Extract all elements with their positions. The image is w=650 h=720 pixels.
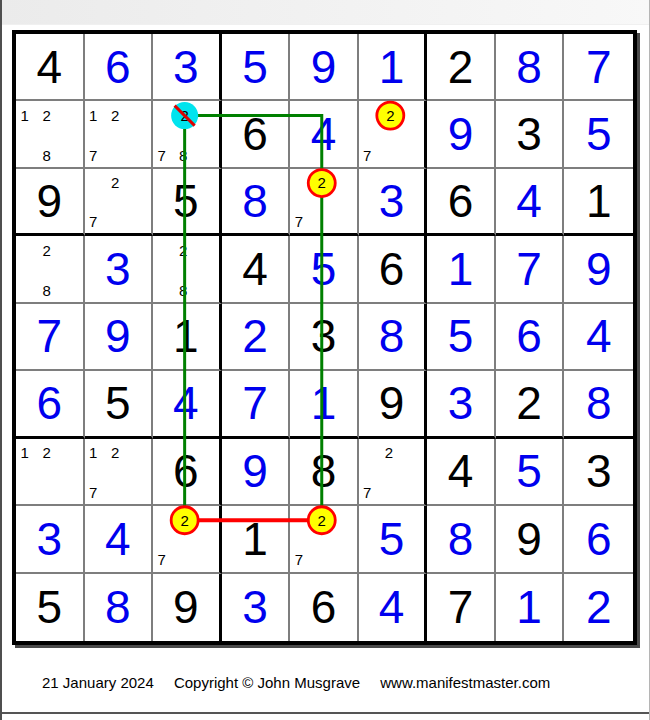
given-digit-r8c8: 9 — [516, 516, 542, 562]
pencil-7-r7c6: 7 — [363, 485, 371, 500]
pencil-1-r7c2: 1 — [89, 445, 97, 460]
pencil-marks-r2c2: 127 — [85, 101, 152, 166]
cell-r2c4[interactable]: 6 — [222, 101, 291, 168]
cell-r7c6[interactable]: 27 — [359, 439, 428, 506]
pencil-1-r2c2: 1 — [89, 108, 97, 123]
cell-r3c7[interactable]: 6 — [427, 169, 496, 236]
pencil-marks-r7c2: 127 — [85, 439, 152, 504]
pencil-7-r2c6: 7 — [363, 147, 371, 162]
solved-digit-r7c4: 9 — [242, 448, 268, 494]
cell-r5c1[interactable]: 7 — [16, 304, 85, 371]
pencil-2-r2c3: 2 — [179, 108, 187, 123]
cell-r4c2[interactable]: 3 — [85, 236, 154, 303]
pencil-2-r2c6: 2 — [385, 108, 393, 123]
cell-r2c2[interactable]: 127 — [85, 101, 154, 168]
pencil-marks-r2c1: 128 — [16, 101, 83, 166]
pencil-marks-r7c6: 27 — [359, 439, 425, 504]
cell-r3c6[interactable]: 3 — [359, 169, 428, 236]
cell-r1c3[interactable]: 3 — [153, 34, 222, 101]
pencil-2-r4c3: 2 — [179, 243, 187, 258]
pencil-2-r8c5: 2 — [317, 512, 325, 527]
pencil-7-r8c5: 7 — [295, 552, 303, 567]
cell-r3c8[interactable]: 4 — [496, 169, 565, 236]
solved-digit-r9c6: 4 — [379, 584, 405, 630]
pencil-8-r4c3: 8 — [179, 282, 187, 297]
solved-digit-r4c9: 9 — [586, 246, 612, 292]
solved-digit-r2c9: 5 — [586, 111, 612, 157]
solved-digit-r1c3: 3 — [173, 44, 199, 90]
cell-r9c4[interactable]: 3 — [222, 574, 291, 641]
solved-digit-r4c8: 7 — [516, 246, 542, 292]
solved-digit-r9c4: 3 — [242, 584, 268, 630]
pencil-1-r7c1: 1 — [20, 445, 28, 460]
caption-copyright: Copyright © John Musgrave — [174, 674, 360, 691]
solved-digit-r8c6: 5 — [379, 516, 405, 562]
cell-r6c8[interactable]: 2 — [496, 371, 565, 438]
pencil-marks-r8c3: 27 — [153, 506, 219, 571]
cell-r9c7[interactable]: 7 — [427, 574, 496, 641]
pencil-2-r7c6: 2 — [385, 445, 393, 460]
window-bottom-border — [2, 712, 649, 714]
solved-digit-r1c5: 9 — [311, 44, 337, 90]
solved-digit-r2c7: 9 — [448, 111, 474, 157]
solved-digit-r1c8: 8 — [516, 44, 542, 90]
cell-r8c2[interactable]: 4 — [85, 506, 154, 573]
solved-digit-r3c4: 8 — [242, 178, 268, 224]
solved-digit-r8c2: 4 — [105, 516, 131, 562]
cell-r5c3[interactable]: 1 — [153, 304, 222, 371]
pencil-2-r2c2: 2 — [111, 108, 119, 123]
cell-r5c6[interactable]: 8 — [359, 304, 428, 371]
cell-r9c1[interactable]: 5 — [16, 574, 85, 641]
solved-digit-r6c5: 1 — [311, 380, 337, 426]
pencil-8-r4c1: 8 — [42, 282, 50, 297]
given-digit-r7c7: 4 — [448, 448, 474, 494]
cell-r8c3[interactable]: 27 — [153, 506, 222, 573]
solved-digit-r6c7: 3 — [448, 380, 474, 426]
solved-digit-r8c9: 6 — [586, 516, 612, 562]
pencil-7-r2c2: 7 — [89, 147, 97, 162]
solved-digit-r5c9: 4 — [586, 313, 612, 359]
solved-digit-r4c7: 1 — [448, 246, 474, 292]
given-digit-r4c6: 6 — [379, 246, 405, 292]
cell-r9c3[interactable]: 9 — [153, 574, 222, 641]
given-digit-r6c8: 2 — [516, 380, 542, 426]
cell-r8c1[interactable]: 3 — [16, 506, 85, 573]
solved-digit-r6c1: 6 — [36, 380, 62, 426]
cell-r2c6[interactable]: 27 — [359, 101, 428, 168]
cell-r2c9[interactable]: 5 — [564, 101, 633, 168]
cell-r3c3[interactable]: 5 — [153, 169, 222, 236]
cell-r8c8[interactable]: 9 — [496, 506, 565, 573]
pencil-7-r8c3: 7 — [157, 552, 165, 567]
sudoku-board: 4635912871281272786427935927582736412832… — [12, 30, 637, 645]
cell-r1c5[interactable]: 9 — [290, 34, 359, 101]
caption-date: 21 January 2024 — [42, 674, 154, 691]
solved-digit-r5c6: 8 — [379, 313, 405, 359]
pencil-marks-r4c1: 28 — [16, 236, 83, 301]
solved-digit-r7c8: 5 — [516, 448, 542, 494]
window-topbar — [2, 0, 649, 25]
solved-digit-r2c5: 4 — [311, 111, 337, 157]
solved-digit-r6c9: 8 — [586, 380, 612, 426]
sudoku-page: 4635912871281272786427935927582736412832… — [0, 0, 650, 720]
cell-r5c8[interactable]: 6 — [496, 304, 565, 371]
cell-r4c9[interactable]: 9 — [564, 236, 633, 303]
solved-digit-r6c3: 4 — [173, 380, 199, 426]
cell-r8c6[interactable]: 5 — [359, 506, 428, 573]
solved-digit-r4c5: 5 — [311, 246, 337, 292]
cell-r3c1[interactable]: 9 — [16, 169, 85, 236]
given-digit-r5c5: 3 — [311, 313, 337, 359]
cell-r9c5[interactable]: 6 — [290, 574, 359, 641]
cell-r5c9[interactable]: 4 — [564, 304, 633, 371]
cell-r6c7[interactable]: 3 — [427, 371, 496, 438]
solved-digit-r5c7: 5 — [448, 313, 474, 359]
cell-r1c2[interactable]: 6 — [85, 34, 154, 101]
pencil-marks-r3c2: 27 — [85, 169, 152, 233]
solved-digit-r5c4: 2 — [242, 313, 268, 359]
cell-r9c9[interactable]: 2 — [564, 574, 633, 641]
given-digit-r7c3: 6 — [173, 448, 199, 494]
pencil-2-r7c2: 2 — [111, 445, 119, 460]
cell-r9c2[interactable]: 8 — [85, 574, 154, 641]
cell-r6c2[interactable]: 5 — [85, 371, 154, 438]
pencil-7-r2c3: 7 — [157, 147, 165, 162]
given-digit-r3c7: 6 — [448, 178, 474, 224]
cell-r9c8[interactable]: 1 — [496, 574, 565, 641]
caption: 21 January 2024 Copyright © John Musgrav… — [42, 674, 566, 691]
given-digit-r3c1: 9 — [36, 178, 62, 224]
given-digit-r7c5: 8 — [311, 448, 337, 494]
cell-r7c9[interactable]: 3 — [564, 439, 633, 506]
given-digit-r2c8: 3 — [516, 111, 542, 157]
cell-r7c5[interactable]: 8 — [290, 439, 359, 506]
given-digit-r9c3: 9 — [173, 584, 199, 630]
cell-r5c4[interactable]: 2 — [222, 304, 291, 371]
cell-r4c6[interactable]: 6 — [359, 236, 428, 303]
solved-digit-r5c2: 9 — [105, 313, 131, 359]
cell-r4c4[interactable]: 4 — [222, 236, 291, 303]
solved-digit-r5c1: 7 — [36, 313, 62, 359]
solved-digit-r1c4: 5 — [242, 44, 268, 90]
pencil-2-r3c5: 2 — [317, 175, 325, 190]
pencil-7-r3c5: 7 — [295, 214, 303, 229]
cell-r6c6[interactable]: 9 — [359, 371, 428, 438]
cell-r1c4[interactable]: 5 — [222, 34, 291, 101]
cell-r7c7[interactable]: 4 — [427, 439, 496, 506]
given-digit-r9c7: 7 — [448, 584, 474, 630]
cell-r2c8[interactable]: 3 — [496, 101, 565, 168]
given-digit-r6c6: 9 — [379, 380, 405, 426]
cell-r7c1[interactable]: 12 — [16, 439, 85, 506]
cell-r1c8[interactable]: 8 — [496, 34, 565, 101]
solved-digit-r3c8: 4 — [516, 178, 542, 224]
given-digit-r6c2: 5 — [105, 380, 131, 426]
solved-digit-r1c2: 6 — [105, 44, 131, 90]
pencil-marks-r8c5: 27 — [290, 506, 357, 571]
cell-r6c5[interactable]: 1 — [290, 371, 359, 438]
cell-r1c1[interactable]: 4 — [16, 34, 85, 101]
cell-r5c5[interactable]: 3 — [290, 304, 359, 371]
solved-digit-r9c8: 1 — [516, 584, 542, 630]
cell-r7c3[interactable]: 6 — [153, 439, 222, 506]
cell-r3c2[interactable]: 27 — [85, 169, 154, 236]
cell-r7c8[interactable]: 5 — [496, 439, 565, 506]
solved-digit-r9c2: 8 — [105, 584, 131, 630]
pencil-marks-r2c3: 278 — [153, 101, 219, 166]
given-digit-r9c5: 6 — [311, 584, 337, 630]
cell-r8c7[interactable]: 8 — [427, 506, 496, 573]
cell-r1c9[interactable]: 7 — [564, 34, 633, 101]
pencil-1-r2c1: 1 — [20, 108, 28, 123]
cell-r1c6[interactable]: 1 — [359, 34, 428, 101]
given-digit-r2c4: 6 — [242, 111, 268, 157]
given-digit-r9c1: 5 — [36, 584, 62, 630]
cell-r3c9[interactable]: 1 — [564, 169, 633, 236]
solved-digit-r1c6: 1 — [379, 44, 405, 90]
pencil-7-r7c2: 7 — [89, 485, 97, 500]
cell-r6c9[interactable]: 8 — [564, 371, 633, 438]
cell-r2c1[interactable]: 128 — [16, 101, 85, 168]
pencil-2-r7c1: 2 — [42, 445, 50, 460]
pencil-2-r2c1: 2 — [42, 108, 50, 123]
given-digit-r4c4: 4 — [242, 246, 268, 292]
solved-digit-r4c2: 3 — [105, 246, 131, 292]
given-digit-r1c1: 4 — [36, 44, 62, 90]
cell-r3c5[interactable]: 27 — [290, 169, 359, 236]
cell-r3c4[interactable]: 8 — [222, 169, 291, 236]
cell-r8c9[interactable]: 6 — [564, 506, 633, 573]
solved-digit-r8c1: 3 — [36, 516, 62, 562]
given-digit-r3c3: 5 — [173, 178, 199, 224]
pencil-2-r4c1: 2 — [42, 243, 50, 258]
cell-r5c2[interactable]: 9 — [85, 304, 154, 371]
solved-digit-r8c7: 8 — [448, 516, 474, 562]
cell-r5c7[interactable]: 5 — [427, 304, 496, 371]
cell-r9c6[interactable]: 4 — [359, 574, 428, 641]
given-digit-r3c9: 1 — [586, 178, 612, 224]
given-digit-r1c7: 2 — [448, 44, 474, 90]
pencil-7-r3c2: 7 — [89, 214, 97, 229]
cell-r1c7[interactable]: 2 — [427, 34, 496, 101]
solved-digit-r1c9: 7 — [586, 44, 612, 90]
solved-digit-r3c6: 3 — [379, 178, 405, 224]
cell-r6c3[interactable]: 4 — [153, 371, 222, 438]
cell-r8c5[interactable]: 27 — [290, 506, 359, 573]
given-digit-r5c3: 1 — [173, 313, 199, 359]
pencil-marks-r3c5: 27 — [290, 169, 357, 233]
pencil-8-r2c3: 8 — [179, 147, 187, 162]
caption-website: www.manifestmaster.com — [380, 674, 550, 691]
given-digit-r7c9: 3 — [586, 448, 612, 494]
cell-r4c1[interactable]: 28 — [16, 236, 85, 303]
pencil-8-r2c1: 8 — [42, 147, 50, 162]
cell-r2c7[interactable]: 9 — [427, 101, 496, 168]
cell-r8c4[interactable]: 1 — [222, 506, 291, 573]
cell-r6c1[interactable]: 6 — [16, 371, 85, 438]
solved-digit-r6c4: 7 — [242, 380, 268, 426]
solved-digit-r9c9: 2 — [586, 584, 612, 630]
pencil-2-r8c3: 2 — [179, 512, 187, 527]
cell-r4c8[interactable]: 7 — [496, 236, 565, 303]
cell-r2c3[interactable]: 278 — [153, 101, 222, 168]
cell-r7c4[interactable]: 9 — [222, 439, 291, 506]
pencil-marks-r4c3: 28 — [153, 236, 219, 301]
pencil-marks-r7c1: 12 — [16, 439, 83, 504]
cell-r4c3[interactable]: 28 — [153, 236, 222, 303]
cell-r4c5[interactable]: 5 — [290, 236, 359, 303]
cell-r4c7[interactable]: 1 — [427, 236, 496, 303]
cell-r2c5[interactable]: 4 — [290, 101, 359, 168]
solved-digit-r5c8: 6 — [516, 313, 542, 359]
pencil-2-r3c2: 2 — [111, 175, 119, 190]
pencil-marks-r2c6: 27 — [359, 101, 425, 166]
cell-r6c4[interactable]: 7 — [222, 371, 291, 438]
given-digit-r8c4: 1 — [242, 516, 268, 562]
cell-r7c2[interactable]: 127 — [85, 439, 154, 506]
